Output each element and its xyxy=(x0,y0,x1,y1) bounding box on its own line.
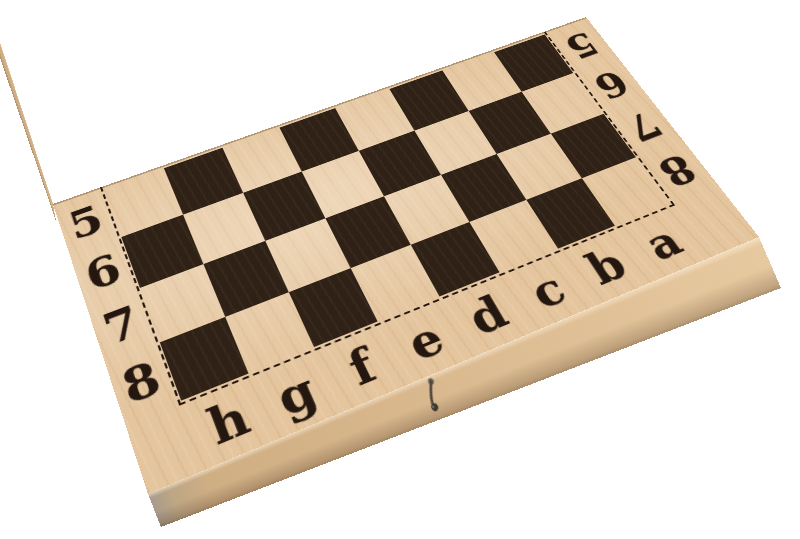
rank-label-right-text: 6 xyxy=(588,65,636,103)
chess-box-photo: 5678 5678 hgfedcba xyxy=(0,0,800,539)
file-label-text: d xyxy=(461,290,514,342)
file-label-text: b xyxy=(580,242,634,291)
file-label-text: c xyxy=(523,266,573,315)
file-label-text: e xyxy=(401,315,451,367)
file-label-text: g xyxy=(270,366,322,423)
rank-label-right-text: 8 xyxy=(652,149,704,192)
file-label-text: h xyxy=(202,393,255,452)
rank-label-left-text: 7 xyxy=(98,300,145,352)
rank-label-right-text: 7 xyxy=(619,106,669,147)
rank-label-left-text: 5 xyxy=(64,200,107,246)
rank-label-left-text: 6 xyxy=(81,248,126,297)
rank-label-right-text: 5 xyxy=(559,27,605,63)
rank-label-left-text: 8 xyxy=(117,355,166,411)
file-label-text: a xyxy=(637,220,689,267)
file-label-text: f xyxy=(342,342,382,392)
